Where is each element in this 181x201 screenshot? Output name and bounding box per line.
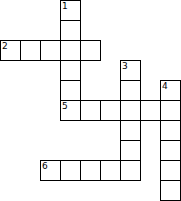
crossword-cell-r9c8[interactable]	[160, 180, 181, 201]
crossword-cell-r5c5[interactable]	[100, 100, 121, 121]
crossword-cell-r8c6[interactable]	[120, 160, 141, 181]
crossword-cell-r4c8[interactable]	[160, 80, 181, 101]
crossword-cell-r8c3[interactable]	[60, 160, 81, 181]
crossword-cell-r2c1[interactable]	[20, 40, 41, 61]
crossword-cell-r2c3[interactable]	[60, 40, 81, 61]
crossword-cell-r1c3[interactable]	[60, 20, 81, 41]
crossword-cell-r5c6[interactable]	[120, 100, 141, 121]
crossword-cell-r2c0[interactable]	[0, 40, 21, 61]
crossword-cell-r5c3[interactable]	[60, 100, 81, 121]
crossword-cell-r2c2[interactable]	[40, 40, 61, 61]
crossword-cell-r6c8[interactable]	[160, 120, 181, 141]
crossword-cell-r4c3[interactable]	[60, 80, 81, 101]
crossword-board: 123456	[0, 0, 181, 201]
crossword-cell-r5c8[interactable]	[160, 100, 181, 121]
crossword-cell-r4c6[interactable]	[120, 80, 141, 101]
crossword-cell-r7c8[interactable]	[160, 140, 181, 161]
crossword-cell-r8c5[interactable]	[100, 160, 121, 181]
crossword-cell-r8c2[interactable]	[40, 160, 61, 181]
crossword-cell-r6c6[interactable]	[120, 120, 141, 141]
crossword-cell-r3c3[interactable]	[60, 60, 81, 81]
crossword-cell-r5c7[interactable]	[140, 100, 161, 121]
crossword-cell-r8c4[interactable]	[80, 160, 101, 181]
crossword-cell-r3c6[interactable]	[120, 60, 141, 81]
crossword-cell-r7c6[interactable]	[120, 140, 141, 161]
crossword-cell-r5c4[interactable]	[80, 100, 101, 121]
crossword-cell-r0c3[interactable]	[60, 0, 81, 21]
crossword-cell-r8c8[interactable]	[160, 160, 181, 181]
crossword-cell-r2c4[interactable]	[80, 40, 101, 61]
